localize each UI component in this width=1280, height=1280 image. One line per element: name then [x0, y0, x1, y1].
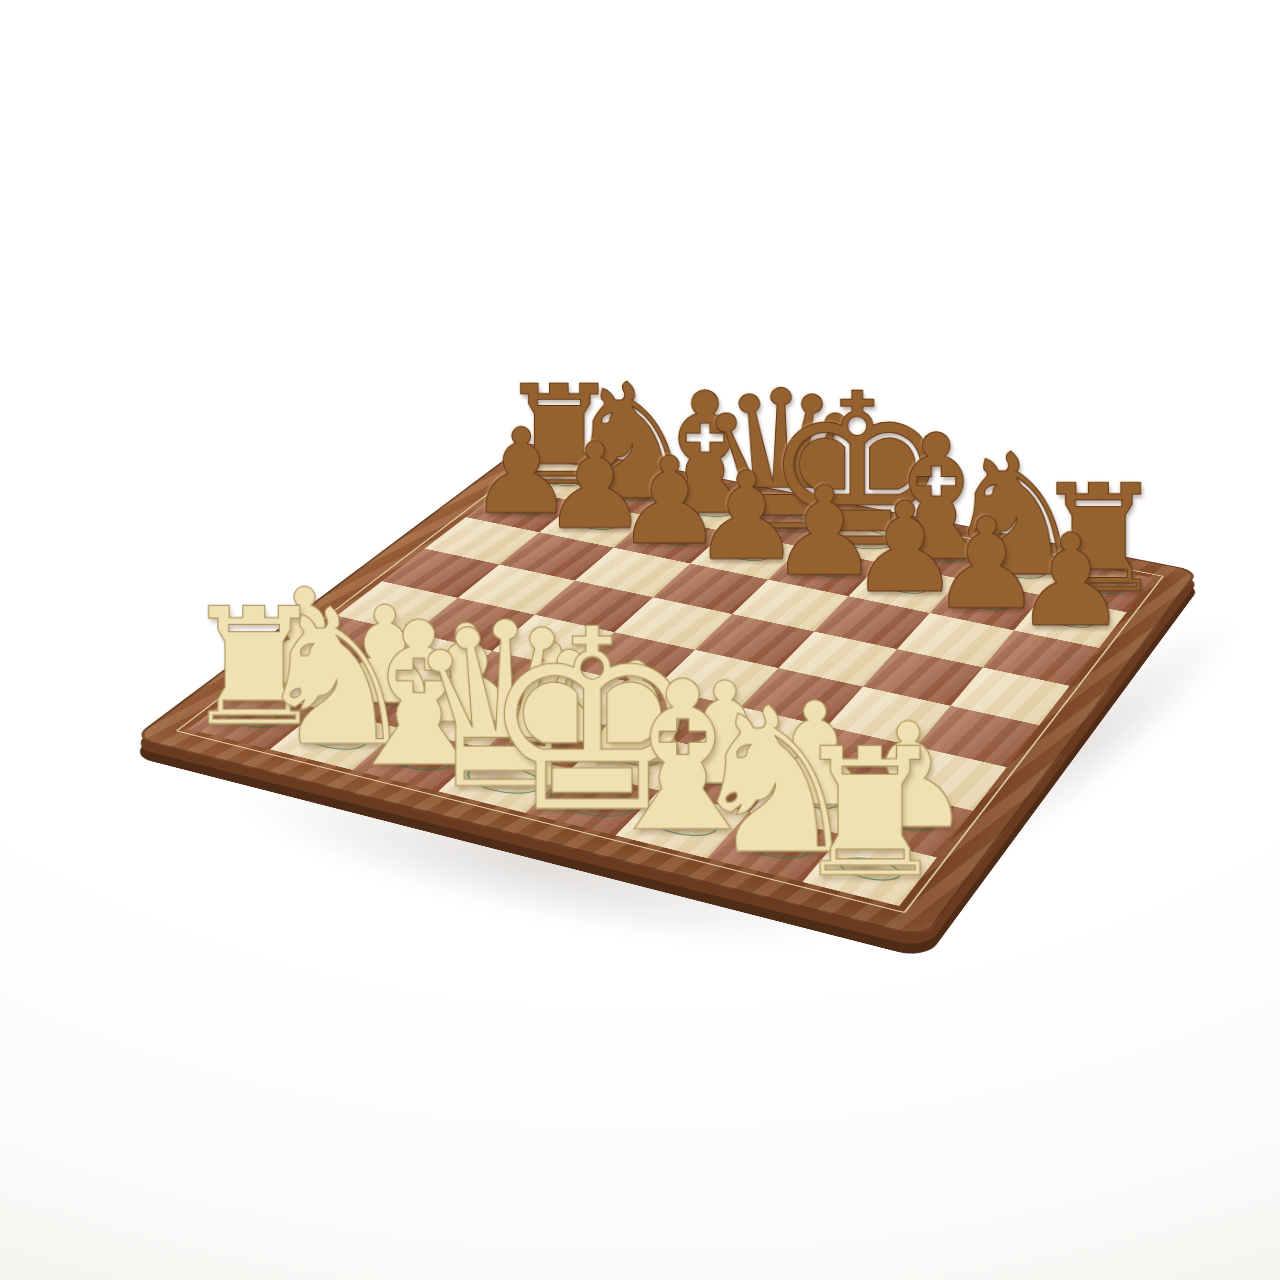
photo-background: ♜♞♝♛♚♝♞♜♟♟♟♟♟♟♟♟♟♟♟♟♟♟♟♟♜♞♝♛♚♝♞♜: [0, 0, 1280, 1280]
chess-board: ♜♞♝♛♚♝♞♜♟♟♟♟♟♟♟♟♟♟♟♟♟♟♟♟♜♞♝♛♚♝♞♜: [132, 441, 1199, 938]
chess-scene: ♜♞♝♛♚♝♞♜♟♟♟♟♟♟♟♟♟♟♟♟♟♟♟♟♜♞♝♛♚♝♞♜: [0, 0, 1280, 1280]
